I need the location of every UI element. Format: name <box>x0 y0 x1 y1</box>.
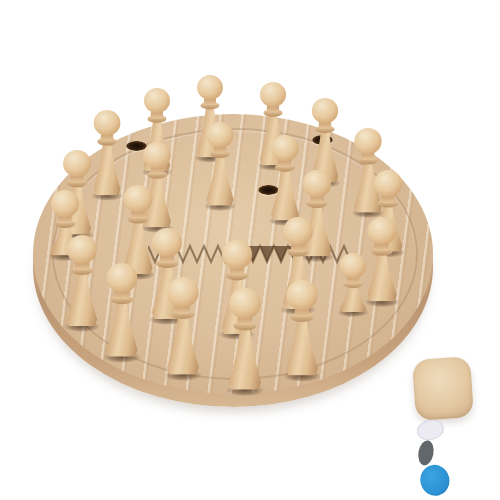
wooden-peg[interactable] <box>268 135 301 227</box>
peg-head <box>286 280 318 310</box>
die-cube <box>412 356 474 421</box>
peg-head <box>51 190 80 218</box>
peg-body <box>228 327 262 390</box>
peg-body <box>106 301 139 357</box>
wooden-peg[interactable] <box>164 277 202 382</box>
peg-head <box>94 110 121 136</box>
peg-body <box>285 319 319 376</box>
color-die[interactable] <box>412 356 474 421</box>
peg-head <box>260 82 286 107</box>
wooden-peg[interactable] <box>337 253 369 341</box>
peg-head <box>63 150 91 177</box>
peg-head <box>229 288 261 319</box>
peg-head <box>283 217 313 246</box>
die-face-gray <box>416 439 435 466</box>
wooden-peg[interactable] <box>204 122 236 212</box>
peg-head <box>271 135 299 162</box>
wooden-peg[interactable] <box>103 263 140 366</box>
peg-head <box>143 142 171 169</box>
peg-body <box>166 316 200 375</box>
peg-head <box>367 217 396 245</box>
peg-body <box>339 286 367 312</box>
peg-head <box>67 235 97 264</box>
peg-head <box>222 240 252 269</box>
peg-head <box>107 263 138 293</box>
peg-head <box>124 185 153 213</box>
peg-head <box>207 122 234 148</box>
peg-head <box>167 277 199 307</box>
peg-head <box>312 98 338 124</box>
peg-head <box>197 75 223 100</box>
peg-body <box>93 143 121 196</box>
peg-head <box>144 88 170 113</box>
wooden-peg[interactable] <box>64 235 100 335</box>
peg-head <box>303 170 332 198</box>
die-face-white <box>415 417 446 442</box>
peg-head <box>354 128 381 154</box>
wooden-peg[interactable] <box>91 110 123 199</box>
die-face-blue <box>417 461 453 499</box>
peg-head <box>340 253 366 279</box>
wooden-peg[interactable] <box>226 288 264 394</box>
peg-body <box>206 155 235 205</box>
photo-scene <box>0 0 500 500</box>
peg-head <box>152 228 182 257</box>
peg-body <box>270 169 299 221</box>
peg-head <box>374 170 402 197</box>
peg-body <box>366 253 397 302</box>
peg-body <box>66 272 98 326</box>
wooden-peg[interactable] <box>283 280 321 385</box>
wooden-peg[interactable] <box>365 217 400 314</box>
